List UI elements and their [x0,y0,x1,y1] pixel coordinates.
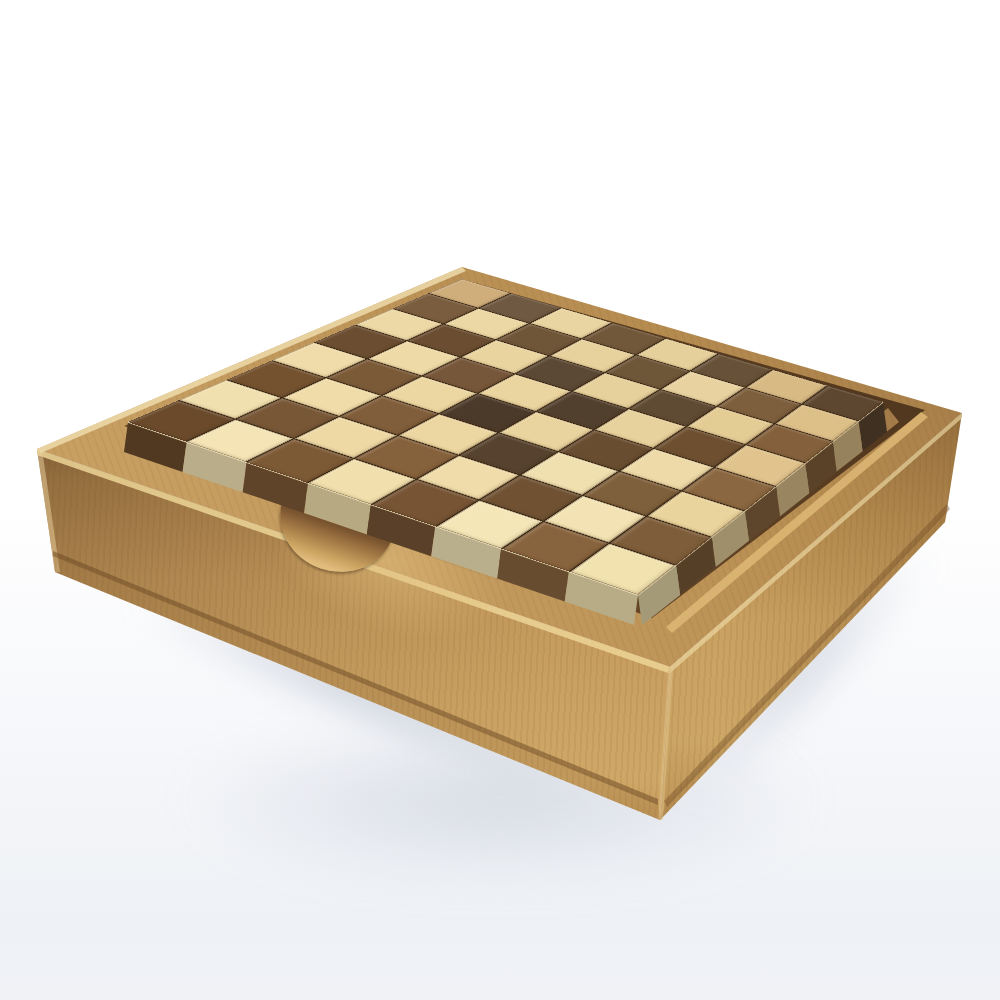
wooden-chess-puzzle-box-photo [0,0,1000,1000]
